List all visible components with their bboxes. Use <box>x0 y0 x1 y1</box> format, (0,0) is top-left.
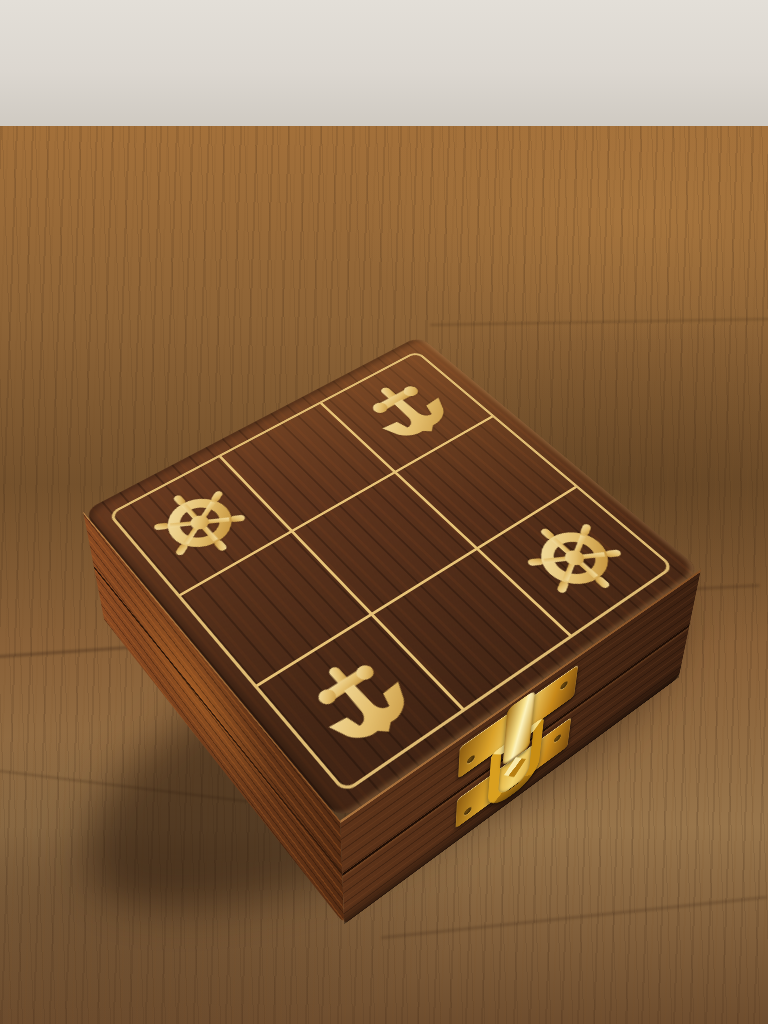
anchor-inlay-icon <box>346 368 467 452</box>
box-3d <box>83 336 701 821</box>
game-box <box>0 0 768 1024</box>
anchor-inlay-icon <box>286 639 432 763</box>
screw-icon <box>464 806 472 816</box>
screw-icon <box>560 680 568 691</box>
screw-icon <box>554 733 561 743</box>
ships-wheel-inlay-icon <box>136 475 264 573</box>
screw-icon <box>467 754 475 765</box>
scene <box>0 0 768 1024</box>
box-lid <box>83 336 701 821</box>
